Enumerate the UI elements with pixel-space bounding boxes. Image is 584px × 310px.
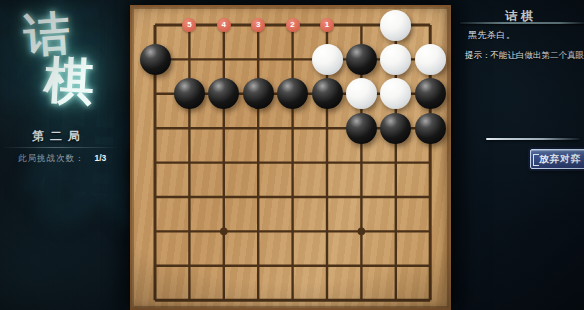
vignette-overlay (0, 0, 584, 310)
